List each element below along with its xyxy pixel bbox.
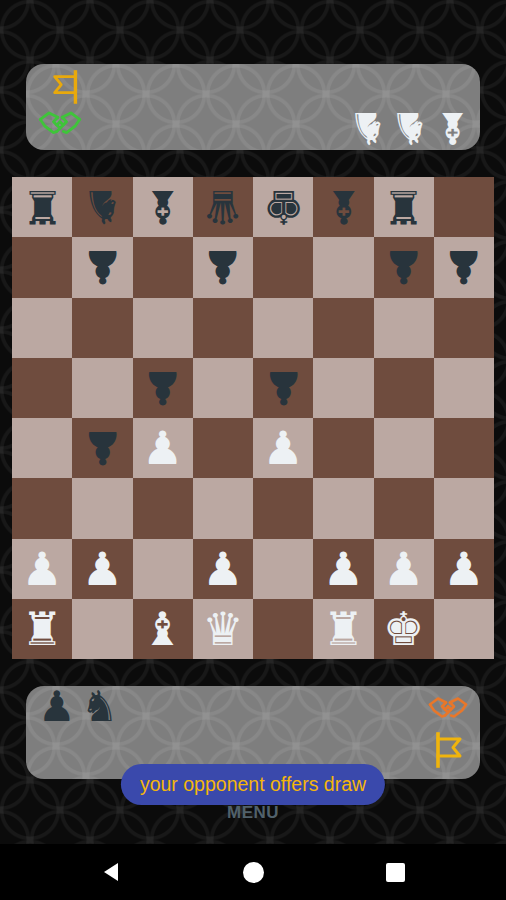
square-e8[interactable]: ♚: [253, 177, 313, 237]
square-a6[interactable]: [12, 298, 72, 358]
square-e6[interactable]: [253, 298, 313, 358]
square-g3[interactable]: [374, 478, 434, 538]
square-f6[interactable]: [313, 298, 373, 358]
draw-offer-toast: your opponent offers draw: [121, 764, 385, 805]
square-c2[interactable]: [133, 539, 193, 599]
square-h4[interactable]: [434, 418, 494, 478]
square-b6[interactable]: [72, 298, 132, 358]
square-g5[interactable]: [374, 358, 434, 418]
app-screen: ♞♞♝ ♜♞♝♛♚♝♜♟♟♟♟♟♟♟♟♟♟♟♟♟♟♟♜♝♛♜♚ ♟♞ yo: [0, 0, 506, 900]
square-d1[interactable]: ♛: [193, 599, 253, 659]
square-d8[interactable]: ♛: [193, 177, 253, 237]
square-a4[interactable]: [12, 418, 72, 478]
piece-white-pawn[interactable]: ♟: [443, 546, 484, 592]
square-f5[interactable]: [313, 358, 373, 418]
square-g4[interactable]: [374, 418, 434, 478]
piece-white-queen[interactable]: ♛: [202, 606, 243, 652]
square-h6[interactable]: [434, 298, 494, 358]
square-e4[interactable]: ♟: [253, 418, 313, 478]
captured-white-knight: ♞: [348, 106, 387, 150]
piece-black-pawn[interactable]: ♟: [82, 425, 123, 471]
square-b5[interactable]: [72, 358, 132, 418]
square-f1[interactable]: ♜: [313, 599, 373, 659]
piece-black-bishop[interactable]: ♝: [323, 184, 364, 230]
square-a1[interactable]: ♜: [12, 599, 72, 659]
square-c4[interactable]: ♟: [133, 418, 193, 478]
square-h7[interactable]: ♟: [434, 237, 494, 297]
accept-draw-handshake-button[interactable]: [426, 694, 470, 727]
square-b8[interactable]: ♞: [72, 177, 132, 237]
square-g2[interactable]: ♟: [374, 539, 434, 599]
square-c8[interactable]: ♝: [133, 177, 193, 237]
piece-white-pawn[interactable]: ♟: [22, 546, 63, 592]
piece-black-pawn[interactable]: ♟: [263, 365, 304, 411]
piece-white-rook[interactable]: ♜: [323, 606, 364, 652]
piece-white-pawn[interactable]: ♟: [263, 425, 304, 471]
back-button[interactable]: [100, 862, 121, 883]
opponent-resign-flag-icon: [48, 70, 84, 104]
opponent-draw-handshake-icon: [36, 108, 84, 144]
piece-black-king[interactable]: ♚: [263, 184, 304, 230]
piece-white-pawn[interactable]: ♟: [82, 546, 123, 592]
chess-board: ♜♞♝♛♚♝♜♟♟♟♟♟♟♟♟♟♟♟♟♟♟♟♜♝♛♜♚: [12, 177, 494, 659]
square-f4[interactable]: [313, 418, 373, 478]
piece-white-bishop[interactable]: ♝: [142, 606, 183, 652]
piece-black-pawn[interactable]: ♟: [443, 244, 484, 290]
opponent-panel: ♞♞♝: [26, 64, 480, 150]
square-c3[interactable]: [133, 478, 193, 538]
square-a7[interactable]: [12, 237, 72, 297]
square-h2[interactable]: ♟: [434, 539, 494, 599]
piece-black-pawn[interactable]: ♟: [383, 244, 424, 290]
menu-button[interactable]: MENU: [0, 803, 506, 823]
square-d7[interactable]: ♟: [193, 237, 253, 297]
home-circle-icon: [243, 862, 264, 883]
square-g7[interactable]: ♟: [374, 237, 434, 297]
square-b7[interactable]: ♟: [72, 237, 132, 297]
square-h5[interactable]: [434, 358, 494, 418]
square-d2[interactable]: ♟: [193, 539, 253, 599]
square-e1[interactable]: [253, 599, 313, 659]
recents-button[interactable]: [385, 862, 406, 883]
piece-black-pawn[interactable]: ♟: [142, 365, 183, 411]
piece-black-queen[interactable]: ♛: [202, 184, 243, 230]
square-c5[interactable]: ♟: [133, 358, 193, 418]
square-h8[interactable]: [434, 177, 494, 237]
piece-black-pawn[interactable]: ♟: [202, 244, 243, 290]
square-a2[interactable]: ♟: [12, 539, 72, 599]
resign-flag-button[interactable]: [432, 730, 464, 770]
square-d4[interactable]: [193, 418, 253, 478]
square-e7[interactable]: [253, 237, 313, 297]
square-e2[interactable]: [253, 539, 313, 599]
square-a5[interactable]: [12, 358, 72, 418]
square-c1[interactable]: ♝: [133, 599, 193, 659]
piece-white-pawn[interactable]: ♟: [142, 425, 183, 471]
square-f2[interactable]: ♟: [313, 539, 373, 599]
square-g1[interactable]: ♚: [374, 599, 434, 659]
piece-black-knight[interactable]: ♞: [82, 184, 123, 230]
piece-black-bishop[interactable]: ♝: [142, 184, 183, 230]
piece-black-rook[interactable]: ♜: [383, 184, 424, 230]
piece-black-pawn[interactable]: ♟: [82, 244, 123, 290]
captured-white-bishop: ♝: [433, 106, 472, 150]
square-h3[interactable]: [434, 478, 494, 538]
piece-white-pawn[interactable]: ♟: [323, 546, 364, 592]
piece-black-rook[interactable]: ♜: [22, 184, 63, 230]
square-b1[interactable]: [72, 599, 132, 659]
square-d6[interactable]: [193, 298, 253, 358]
recents-square-icon: [386, 863, 405, 882]
square-b2[interactable]: ♟: [72, 539, 132, 599]
android-navbar: [0, 844, 506, 900]
captured-black-tray: ♟♞: [38, 686, 118, 728]
piece-white-pawn[interactable]: ♟: [202, 546, 243, 592]
square-d5[interactable]: [193, 358, 253, 418]
toast-text: your opponent offers draw: [140, 773, 366, 796]
home-button[interactable]: [243, 862, 264, 883]
captured-white-tray: ♞♞♝: [348, 106, 472, 150]
square-g6[interactable]: [374, 298, 434, 358]
square-b4[interactable]: ♟: [72, 418, 132, 478]
square-g8[interactable]: ♜: [374, 177, 434, 237]
square-f3[interactable]: [313, 478, 373, 538]
piece-white-pawn[interactable]: ♟: [383, 546, 424, 592]
piece-white-rook[interactable]: ♜: [22, 606, 63, 652]
square-d3[interactable]: [193, 478, 253, 538]
square-e5[interactable]: ♟: [253, 358, 313, 418]
captured-white-knight: ♞: [390, 106, 429, 150]
captured-black-pawn: ♟: [38, 686, 76, 728]
square-f8[interactable]: ♝: [313, 177, 373, 237]
square-c7[interactable]: [133, 237, 193, 297]
square-f7[interactable]: [313, 237, 373, 297]
square-h1[interactable]: [434, 599, 494, 659]
square-a3[interactable]: [12, 478, 72, 538]
square-a8[interactable]: ♜: [12, 177, 72, 237]
square-b3[interactable]: [72, 478, 132, 538]
piece-white-king[interactable]: ♚: [383, 606, 424, 652]
captured-black-knight: ♞: [81, 686, 119, 728]
square-e3[interactable]: [253, 478, 313, 538]
square-c6[interactable]: [133, 298, 193, 358]
